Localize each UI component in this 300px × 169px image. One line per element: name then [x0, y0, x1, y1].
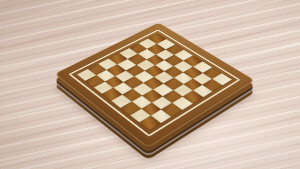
product-photo-scene — [0, 0, 300, 169]
wood-floor-background — [0, 0, 300, 169]
